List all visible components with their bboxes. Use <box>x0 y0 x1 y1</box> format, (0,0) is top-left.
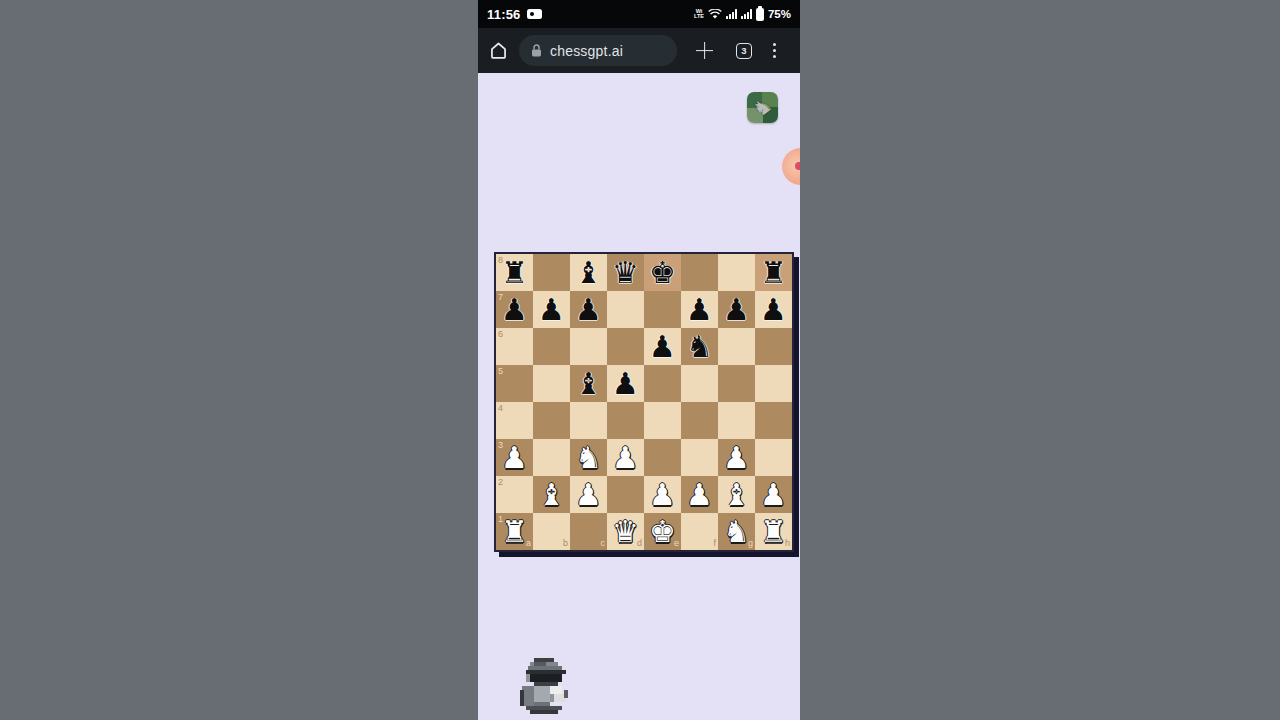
square-h1[interactable]: h♜ <box>755 513 792 550</box>
piece-black-pawn-e6[interactable]: ♟ <box>644 328 681 365</box>
square-e6[interactable]: ♟ <box>644 328 681 365</box>
piece-black-rook-h8[interactable]: ♜ <box>755 254 792 291</box>
piece-black-rook-a8[interactable]: ♜ <box>496 254 533 291</box>
piece-black-knight-f6[interactable]: ♞ <box>681 328 718 365</box>
chessgpt-logo[interactable]: ♞ <box>747 92 778 123</box>
square-e1[interactable]: e♚ <box>644 513 681 550</box>
square-d4[interactable] <box>607 402 644 439</box>
clock: 11:56 <box>487 7 521 22</box>
piece-black-bishop-c5[interactable]: ♝ <box>570 365 607 402</box>
lock-icon <box>531 44 542 57</box>
square-d8[interactable]: ♛ <box>607 254 644 291</box>
square-g1[interactable]: g♞ <box>718 513 755 550</box>
wifi-icon <box>708 9 722 20</box>
square-e2[interactable]: ♟ <box>644 476 681 513</box>
square-a2[interactable]: 2 <box>496 476 533 513</box>
battery-icon <box>756 8 764 21</box>
rank-label-4: 4 <box>498 404 503 413</box>
webpage-chessgpt: ♞ 8♜♝♛♚♜7♟♟♟♟♟♟6♟♞5♝♟43♟♞♟♟2♝♟♟♟♝♟1a♜bcd… <box>478 73 800 720</box>
piece-white-pawn-h2[interactable]: ♟ <box>755 476 792 513</box>
square-a8[interactable]: 8♜ <box>496 254 533 291</box>
square-h7[interactable]: ♟ <box>755 291 792 328</box>
square-f7[interactable]: ♟ <box>681 291 718 328</box>
piece-white-pawn-g3[interactable]: ♟ <box>718 439 755 476</box>
square-a6[interactable]: 6 <box>496 328 533 365</box>
square-f2[interactable]: ♟ <box>681 476 718 513</box>
file-label-f: f <box>713 539 716 548</box>
rank-label-2: 2 <box>498 478 503 487</box>
square-g3[interactable]: ♟ <box>718 439 755 476</box>
square-g8[interactable] <box>718 254 755 291</box>
piece-white-knight-g1[interactable]: ♞ <box>718 513 755 550</box>
piece-white-knight-c3[interactable]: ♞ <box>570 439 607 476</box>
battery-percent: 75% <box>768 8 791 20</box>
square-h4[interactable] <box>755 402 792 439</box>
piece-white-king-e1[interactable]: ♚ <box>644 513 681 550</box>
square-f1[interactable]: f <box>681 513 718 550</box>
square-e3[interactable] <box>644 439 681 476</box>
square-f3[interactable] <box>681 439 718 476</box>
square-h2[interactable]: ♟ <box>755 476 792 513</box>
square-d1[interactable]: d♛ <box>607 513 644 550</box>
rank-label-6: 6 <box>498 330 503 339</box>
screen-record-icon <box>527 9 542 19</box>
piece-black-king-e8[interactable]: ♚ <box>644 254 681 291</box>
square-e4[interactable] <box>644 402 681 439</box>
volte-icon: Wi LTE <box>694 9 704 20</box>
square-b8[interactable] <box>533 254 570 291</box>
square-g6[interactable] <box>718 328 755 365</box>
signal-bars-icon <box>741 9 752 19</box>
square-b3[interactable] <box>533 439 570 476</box>
square-b4[interactable] <box>533 402 570 439</box>
tab-counter-button[interactable]: 3 <box>736 43 752 59</box>
url-text: chessgpt.ai <box>550 43 623 59</box>
browser-toolbar: chessgpt.ai 3 <box>478 28 800 73</box>
piece-black-bishop-c8[interactable]: ♝ <box>570 254 607 291</box>
piece-black-pawn-h7[interactable]: ♟ <box>755 291 792 328</box>
square-c3[interactable]: ♞ <box>570 439 607 476</box>
square-g5[interactable] <box>718 365 755 402</box>
square-b2[interactable]: ♝ <box>533 476 570 513</box>
square-c7[interactable]: ♟ <box>570 291 607 328</box>
piece-white-pawn-d3[interactable]: ♟ <box>607 439 644 476</box>
square-h5[interactable] <box>755 365 792 402</box>
screenshot-stage: 11:56 Wi LTE <box>0 0 1280 720</box>
piece-white-pawn-c2[interactable]: ♟ <box>570 476 607 513</box>
piece-white-pawn-a3[interactable]: ♟ <box>496 439 533 476</box>
logo-knight-icon: ♞ <box>747 92 776 122</box>
square-d6[interactable] <box>607 328 644 365</box>
square-a1[interactable]: 1a♜ <box>496 513 533 550</box>
piece-black-pawn-a7[interactable]: ♟ <box>496 291 533 328</box>
piece-white-pawn-e2[interactable]: ♟ <box>644 476 681 513</box>
phone-screen: 11:56 Wi LTE <box>478 0 800 720</box>
chess-board-frame: 8♜♝♛♚♜7♟♟♟♟♟♟6♟♞5♝♟43♟♞♟♟2♝♟♟♟♝♟1a♜bcd♛e… <box>494 252 794 552</box>
square-d7[interactable] <box>607 291 644 328</box>
square-e7[interactable] <box>644 291 681 328</box>
piece-white-bishop-g2[interactable]: ♝ <box>718 476 755 513</box>
file-label-c: c <box>601 539 606 548</box>
kebab-menu-button[interactable] <box>773 43 776 58</box>
square-f6[interactable]: ♞ <box>681 328 718 365</box>
square-e5[interactable] <box>644 365 681 402</box>
square-g2[interactable]: ♝ <box>718 476 755 513</box>
square-g4[interactable] <box>718 402 755 439</box>
square-h3[interactable] <box>755 439 792 476</box>
square-b7[interactable]: ♟ <box>533 291 570 328</box>
square-h8[interactable]: ♜ <box>755 254 792 291</box>
square-b1[interactable]: b <box>533 513 570 550</box>
square-a3[interactable]: 3♟ <box>496 439 533 476</box>
square-a7[interactable]: 7♟ <box>496 291 533 328</box>
square-f5[interactable] <box>681 365 718 402</box>
square-d3[interactable]: ♟ <box>607 439 644 476</box>
piece-black-pawn-d5[interactable]: ♟ <box>607 365 644 402</box>
chess-board: 8♜♝♛♚♜7♟♟♟♟♟♟6♟♞5♝♟43♟♞♟♟2♝♟♟♟♝♟1a♜bcd♛e… <box>496 254 792 550</box>
square-c6[interactable] <box>570 328 607 365</box>
piece-black-queen-d8[interactable]: ♛ <box>607 254 644 291</box>
piece-white-rook-a1[interactable]: ♜ <box>496 513 533 550</box>
square-a5[interactable]: 5 <box>496 365 533 402</box>
square-e8[interactable]: ♚ <box>644 254 681 291</box>
square-b5[interactable] <box>533 365 570 402</box>
square-b6[interactable] <box>533 328 570 365</box>
square-g7[interactable]: ♟ <box>718 291 755 328</box>
square-d2[interactable] <box>607 476 644 513</box>
piece-black-pawn-f7[interactable]: ♟ <box>681 291 718 328</box>
pixel-mascot-sprite <box>517 658 574 718</box>
square-c8[interactable]: ♝ <box>570 254 607 291</box>
square-c1[interactable]: c <box>570 513 607 550</box>
square-f8[interactable] <box>681 254 718 291</box>
piece-white-pawn-f2[interactable]: ♟ <box>681 476 718 513</box>
piece-white-rook-h1[interactable]: ♜ <box>755 513 792 550</box>
signal-bars-icon <box>726 9 737 19</box>
piece-black-pawn-b7[interactable]: ♟ <box>533 291 570 328</box>
square-c4[interactable] <box>570 402 607 439</box>
piece-white-bishop-b2[interactable]: ♝ <box>533 476 570 513</box>
piece-black-pawn-g7[interactable]: ♟ <box>718 291 755 328</box>
piece-white-queen-d1[interactable]: ♛ <box>607 513 644 550</box>
new-tab-button[interactable] <box>696 42 713 59</box>
url-bar[interactable]: chessgpt.ai <box>519 35 677 66</box>
floating-avatar-button[interactable] <box>782 148 800 185</box>
square-c5[interactable]: ♝ <box>570 365 607 402</box>
piece-black-pawn-c7[interactable]: ♟ <box>570 291 607 328</box>
square-d5[interactable]: ♟ <box>607 365 644 402</box>
square-c2[interactable]: ♟ <box>570 476 607 513</box>
square-f4[interactable] <box>681 402 718 439</box>
home-button[interactable] <box>488 40 509 61</box>
rank-label-5: 5 <box>498 367 503 376</box>
file-label-b: b <box>563 539 568 548</box>
status-bar: 11:56 Wi LTE <box>478 0 800 28</box>
square-h6[interactable] <box>755 328 792 365</box>
avatar-dot-icon <box>795 162 800 170</box>
square-a4[interactable]: 4 <box>496 402 533 439</box>
